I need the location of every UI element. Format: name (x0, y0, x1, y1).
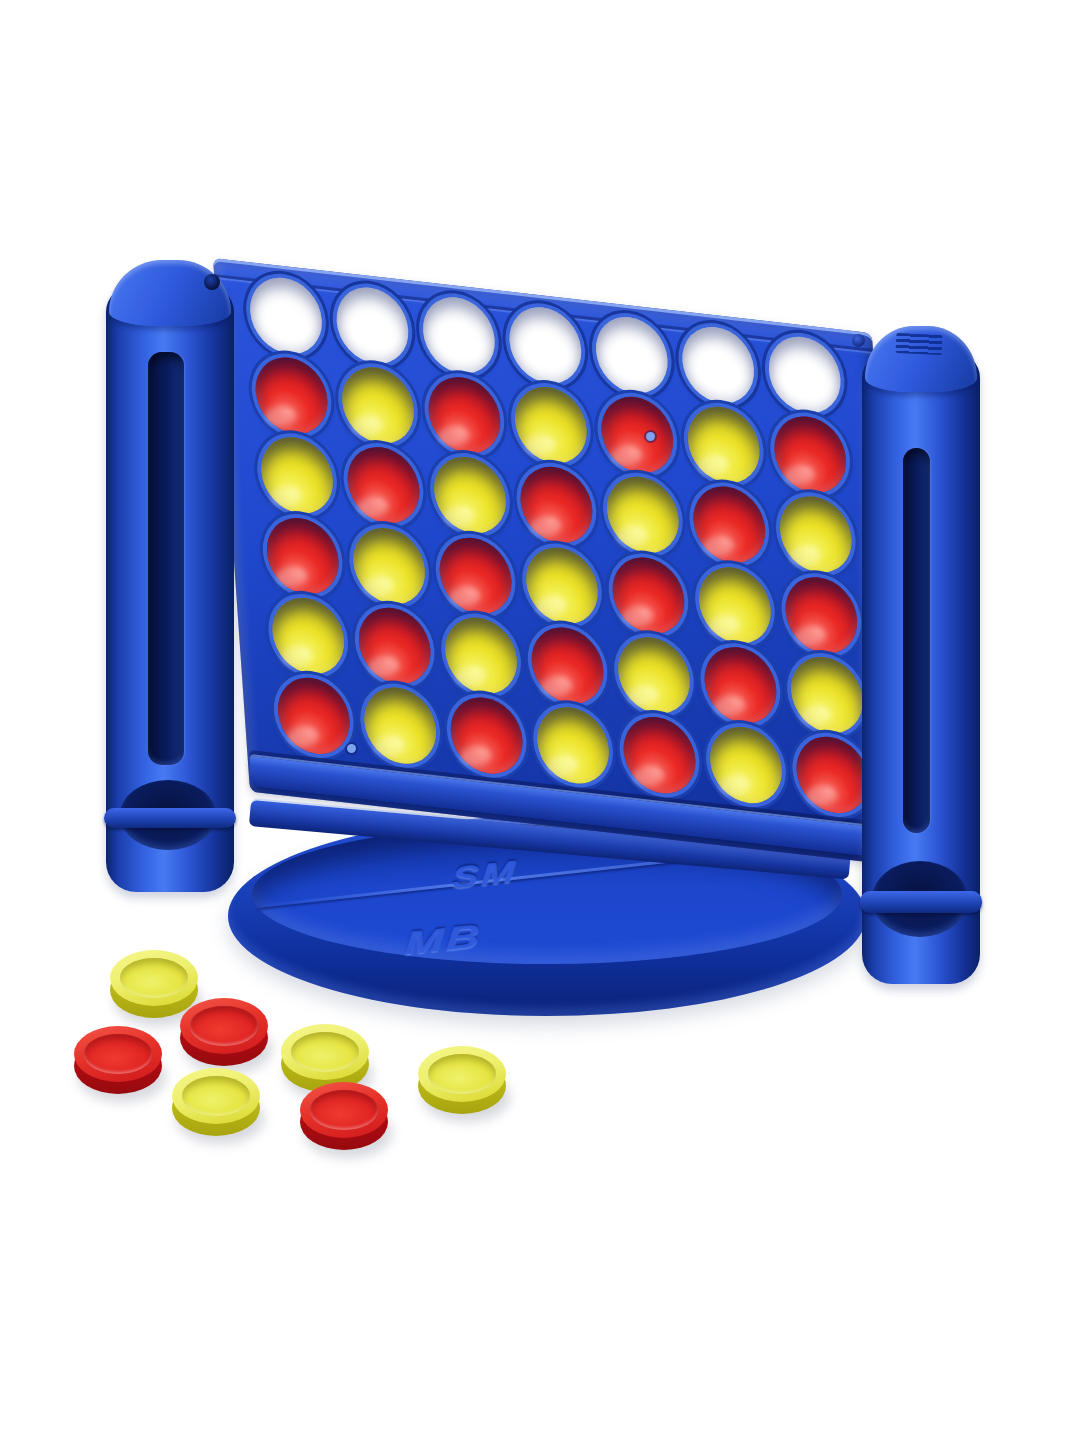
red-loose-disc (180, 998, 268, 1068)
disc-face (281, 1024, 369, 1080)
connect4-product-photo: SM MB (0, 0, 1080, 1440)
red-loose-disc (74, 1026, 162, 1096)
disc-face (172, 1068, 260, 1124)
disc-face (74, 1026, 162, 1082)
loose-discs-area (0, 0, 1080, 1440)
yellow-loose-disc (172, 1068, 260, 1138)
disc-face (180, 998, 268, 1054)
disc-face (418, 1046, 506, 1102)
red-loose-disc (300, 1082, 388, 1152)
yellow-loose-disc (418, 1046, 506, 1116)
disc-face (300, 1082, 388, 1138)
